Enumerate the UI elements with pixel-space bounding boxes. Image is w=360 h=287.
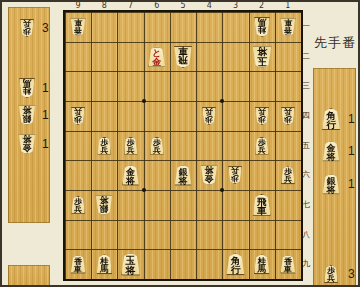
board-square-4七[interactable] — [196, 190, 222, 220]
board-square-7三[interactable] — [117, 71, 143, 101]
piece-kanji: 歩 兵 — [23, 19, 31, 37]
piece-kanji: 桂 馬 — [23, 79, 32, 98]
board-square-7一[interactable] — [117, 12, 143, 42]
board-square-2八[interactable] — [249, 220, 275, 250]
board-square-6三[interactable] — [144, 71, 170, 101]
piece-kanji: 金 将 — [327, 141, 336, 161]
piece-kanji: 金 将 — [205, 165, 214, 185]
piece-kanji: 歩 兵 — [74, 196, 82, 214]
piece-kanji: 歩 兵 — [284, 107, 292, 125]
board-square-5四[interactable] — [170, 101, 196, 131]
turn-indicator-label: 先手番 — [314, 34, 356, 52]
piece-kanji: 歩 兵 — [127, 137, 135, 155]
piece-kanji: 歩 兵 — [205, 107, 213, 125]
board-square-5七[interactable] — [170, 190, 196, 220]
piece-kanji: 香 車 — [284, 18, 292, 36]
piece-kanji: 歩 兵 — [74, 107, 82, 125]
board-square-8六[interactable] — [91, 160, 117, 190]
file-label-1: 1 — [285, 2, 290, 10]
rank-label-1: 一 — [302, 23, 310, 31]
piece-kanji: 角 行 — [326, 109, 336, 130]
board-square-8三[interactable] — [91, 71, 117, 101]
piece-kanji: 歩 兵 — [100, 137, 108, 155]
board-square-6七[interactable] — [144, 190, 170, 220]
rank-label-5: 五 — [302, 142, 310, 150]
rank-label-6: 六 — [302, 171, 310, 179]
piece-kanji: 銀 将 — [23, 105, 32, 125]
file-label-8: 8 — [102, 2, 107, 10]
piece-kanji: 飛 車 — [178, 46, 188, 67]
piece-kanji: 銀 将 — [179, 165, 188, 185]
piece-kanji: 歩 兵 — [284, 166, 292, 184]
file-label-3: 3 — [233, 2, 238, 10]
board-square-3一[interactable] — [222, 12, 248, 42]
piece-kanji: 玉 将 — [126, 253, 136, 275]
board-square-4一[interactable] — [196, 12, 222, 42]
board-square-1二[interactable] — [275, 42, 301, 72]
gote-hand-count-gold: 1 — [42, 138, 49, 150]
sente-hand-count-silver: 1 — [348, 178, 355, 190]
board-square-2六[interactable] — [249, 160, 275, 190]
piece-kanji: 香 車 — [284, 255, 292, 273]
board-square-7二[interactable] — [117, 42, 143, 72]
board-square-7四[interactable] — [117, 101, 143, 131]
board-square-5一[interactable] — [170, 12, 196, 42]
piece-kanji: と 金 — [152, 47, 161, 67]
rank-label-2: 二 — [302, 53, 310, 61]
board-square-9六[interactable] — [65, 160, 91, 190]
piece-kanji: 銀 将 — [327, 174, 336, 194]
board-square-9八[interactable] — [65, 220, 91, 250]
board-square-8四[interactable] — [91, 101, 117, 131]
board-square-4八[interactable] — [196, 220, 222, 250]
board-square-3四[interactable] — [222, 101, 248, 131]
board-square-7七[interactable] — [117, 190, 143, 220]
board-square-5九[interactable] — [170, 249, 196, 279]
board-square-3五[interactable] — [222, 131, 248, 161]
file-label-7: 7 — [128, 2, 133, 10]
board-square-4二[interactable] — [196, 42, 222, 72]
board-square-3二[interactable] — [222, 42, 248, 72]
board-square-6八[interactable] — [144, 220, 170, 250]
piece-kanji: 玉 将 — [257, 46, 267, 68]
board-square-1八[interactable] — [275, 220, 301, 250]
piece-kanji: 桂 馬 — [257, 18, 266, 37]
piece-kanji: 歩 兵 — [153, 137, 161, 155]
piece-kanji: 歩 兵 — [327, 265, 335, 283]
piece-kanji: 桂 馬 — [257, 255, 266, 274]
piece-kanji: 飛 車 — [257, 195, 267, 216]
board-square-4五[interactable] — [196, 131, 222, 161]
gote-hand-count-pawn: 3 — [42, 22, 49, 34]
board-square-5三[interactable] — [170, 71, 196, 101]
board-square-2三[interactable] — [249, 71, 275, 101]
sente-hand-count-gold: 1 — [348, 145, 355, 157]
board-square-6六[interactable] — [144, 160, 170, 190]
rank-label-4: 四 — [302, 112, 310, 120]
board-square-1三[interactable] — [275, 71, 301, 101]
shogi-app-window: 先手番 987654321一二三四五六七八九香 車桂 馬香 車と 金飛 車玉 将… — [0, 0, 360, 287]
board-square-8一[interactable] — [91, 12, 117, 42]
piece-kanji: 桂 馬 — [100, 255, 109, 274]
board-square-4三[interactable] — [196, 71, 222, 101]
board-square-1五[interactable] — [275, 131, 301, 161]
gote-hand-count-silver: 1 — [42, 109, 49, 121]
rank-label-9: 九 — [302, 260, 310, 268]
board-square-9三[interactable] — [65, 71, 91, 101]
rank-label-3: 三 — [302, 82, 310, 90]
gote-tray-footer-block — [8, 265, 50, 287]
piece-kanji: 金 将 — [126, 165, 135, 185]
piece-kanji: 金 将 — [23, 134, 32, 154]
board-square-3八[interactable] — [222, 220, 248, 250]
piece-kanji: 香 車 — [74, 18, 82, 36]
piece-kanji: 銀 将 — [100, 195, 109, 215]
piece-kanji: 歩 兵 — [258, 137, 266, 155]
board-square-1七[interactable] — [275, 190, 301, 220]
board-square-4九[interactable] — [196, 249, 222, 279]
piece-kanji: 歩 兵 — [258, 107, 266, 125]
piece-kanji: 歩 兵 — [231, 166, 239, 184]
board-square-6一[interactable] — [144, 12, 170, 42]
rank-label-7: 七 — [302, 201, 310, 209]
piece-kanji: 香 車 — [74, 255, 82, 273]
file-label-9: 9 — [76, 2, 81, 10]
gote-hand-count-knight: 1 — [42, 82, 49, 94]
piece-kanji: 角 行 — [231, 254, 241, 275]
file-label-6: 6 — [154, 2, 159, 10]
board-square-6九[interactable] — [144, 249, 170, 279]
board-square-7八[interactable] — [117, 220, 143, 250]
board-square-3七[interactable] — [222, 190, 248, 220]
board-square-9二[interactable] — [65, 42, 91, 72]
board-square-5五[interactable] — [170, 131, 196, 161]
sente-hand-count-pawn: 3 — [348, 268, 355, 280]
sente-hand-count-bishop: 1 — [348, 113, 355, 125]
board-square-8二[interactable] — [91, 42, 117, 72]
board-square-5八[interactable] — [170, 220, 196, 250]
file-label-2: 2 — [259, 2, 264, 10]
file-label-5: 5 — [180, 2, 185, 10]
rank-label-8: 八 — [302, 231, 310, 239]
file-label-4: 4 — [207, 2, 212, 10]
board-square-9五[interactable] — [65, 131, 91, 161]
board-square-3三[interactable] — [222, 71, 248, 101]
board-square-6四[interactable] — [144, 101, 170, 131]
board-square-8八[interactable] — [91, 220, 117, 250]
